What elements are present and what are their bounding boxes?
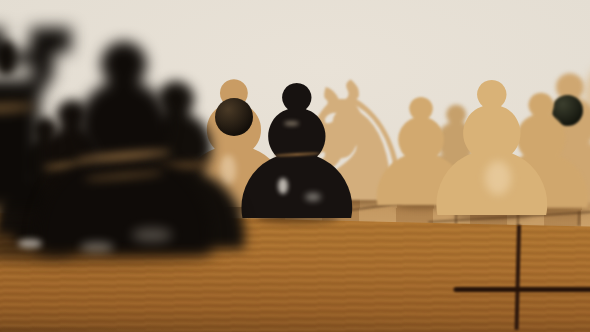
- collar-ring-left-3: [139, 161, 213, 171]
- white-pawn-dark-head-right-dark-head: [552, 95, 583, 126]
- glint-black-pawn-head: [284, 121, 299, 126]
- black-piece-finial-top-left: [0, 41, 16, 75]
- board-edge-inlay-line: [454, 287, 590, 292]
- collar-ring-rook: [0, 103, 35, 112]
- board-hinge-seam: [515, 225, 521, 330]
- collar-ring-left-1: [41, 160, 99, 170]
- glint-white-pawn-center: [220, 155, 236, 185]
- chessboard-photo-scene: ♝♟♟♞♟♟♟♟♟♟♟♟♜♟: [0, 0, 590, 332]
- collar-ring-left-2-upper: [77, 149, 171, 163]
- board-front-edge: [0, 212, 590, 332]
- collar-ring-left-2-lower: [84, 171, 164, 182]
- white-pawn-dark-head-center-dark-head: [215, 98, 253, 136]
- collar-ring-black-pawn-center: [274, 151, 320, 156]
